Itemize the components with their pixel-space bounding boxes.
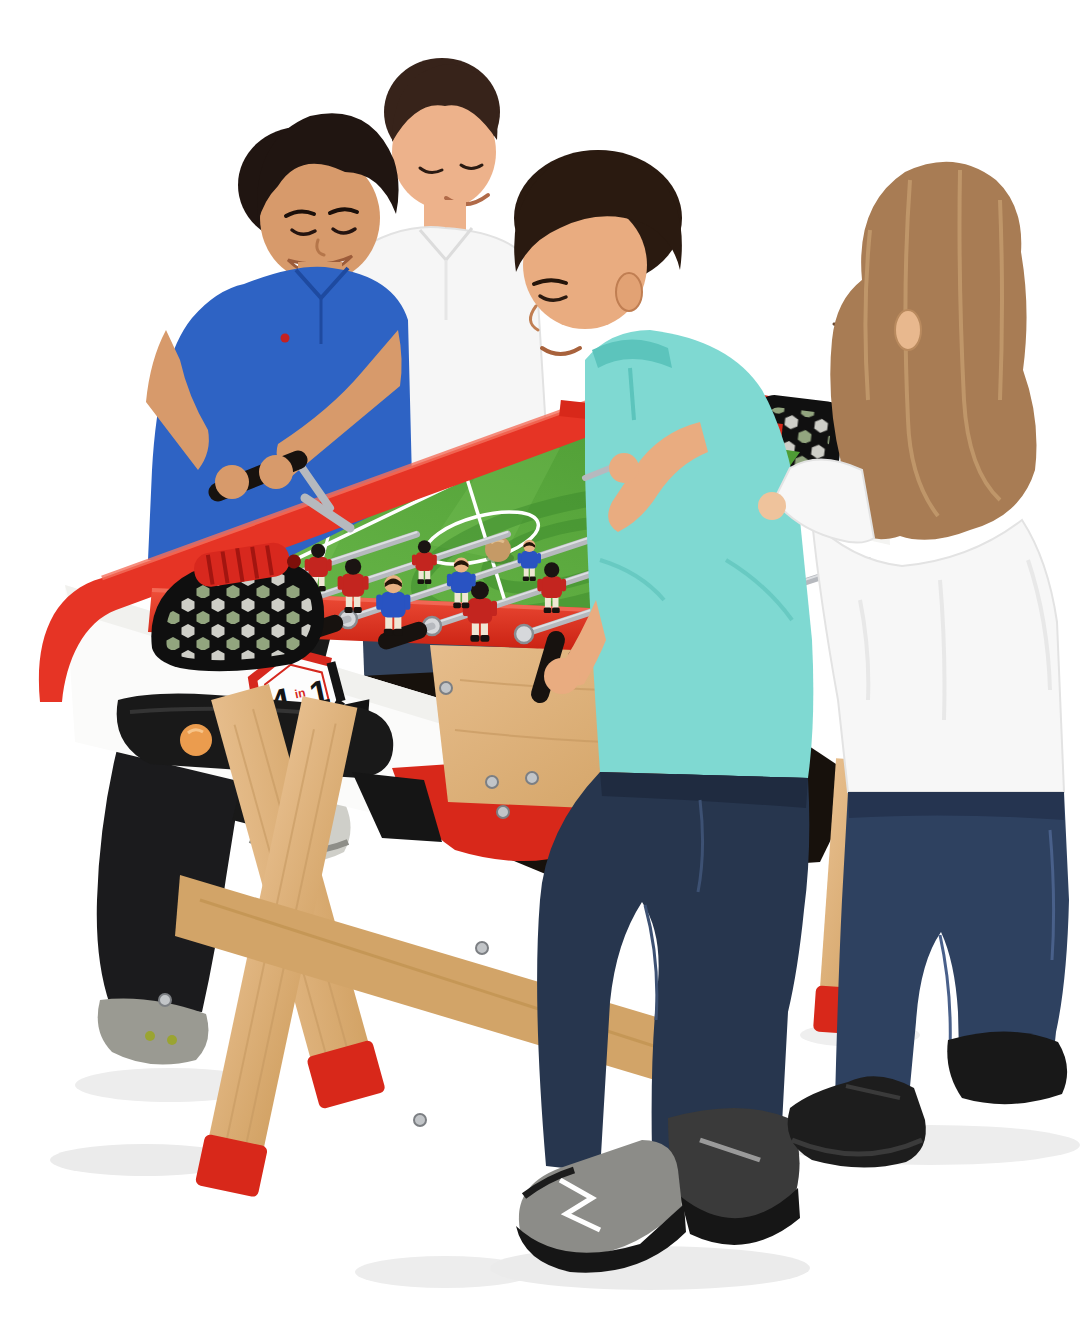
boy-teal-shirt-ear (616, 273, 642, 311)
girl-left-hand (758, 492, 786, 520)
boy-blue-shirt-fist (259, 455, 293, 489)
boy-teal-shirt-right-hand (609, 453, 639, 483)
girl-ear (895, 310, 921, 350)
product-photo: 4 in 1 POWER PLAY (0, 0, 1080, 1342)
boy-teal-shirt-left-hand (544, 658, 580, 694)
boy-blue-shirt-fist (215, 465, 249, 499)
